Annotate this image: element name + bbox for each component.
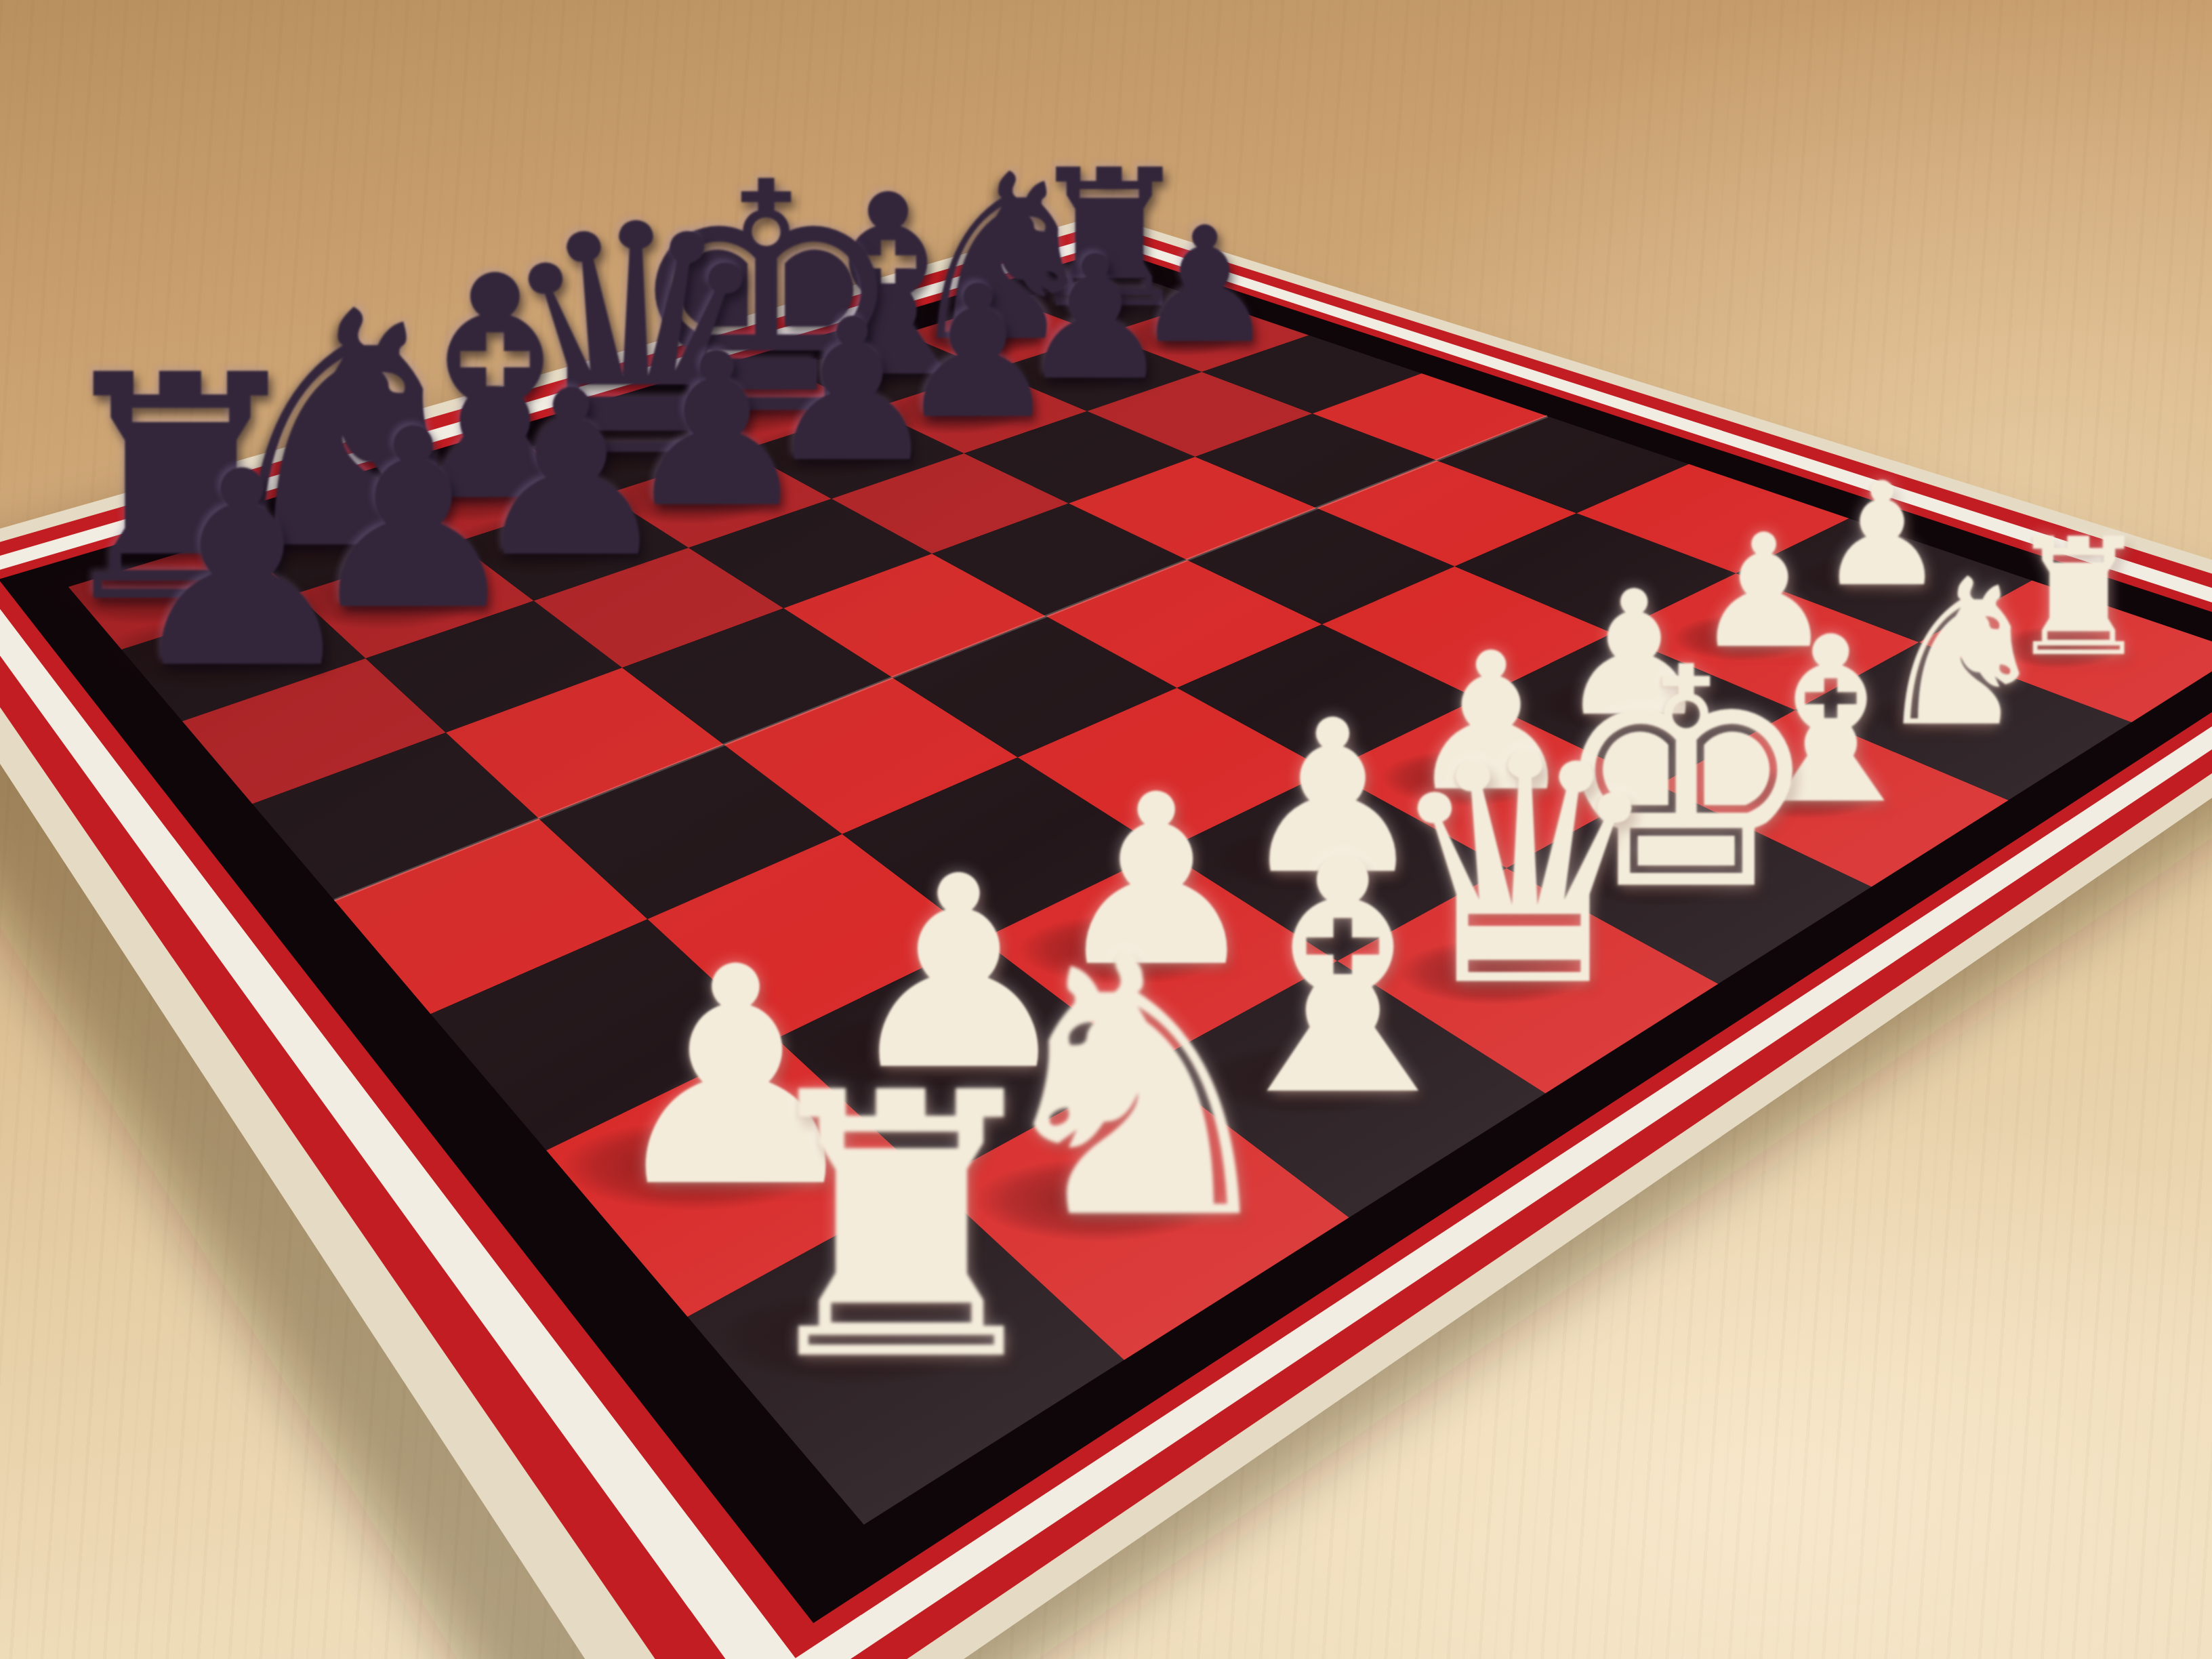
piece-white-rook-a1[interactable]: ♜ [738, 1046, 1065, 1411]
piece-black-pawn-a7[interactable]: ♟ [121, 436, 363, 705]
chess-pieces-layer: ♜♞♝♛♚♝♞♜♟♟♟♟♟♟♟♟♟♟♟♟♟♟♟♟♜♞♝♛♚♝♞♜ [0, 0, 2212, 1659]
screenshot-root: ♜♞♝♛♚♝♞♜♟♟♟♟♟♟♟♟♟♟♟♟♟♟♟♟♜♞♝♛♚♝♞♜ [0, 0, 2212, 1659]
